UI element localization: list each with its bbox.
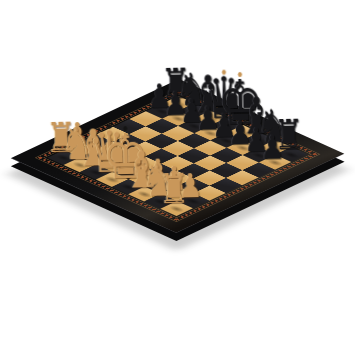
finial-accent-icon (237, 72, 241, 77)
scene: ♜♞♝♛♚♝♞♜♟♟♟♟♟♟♟♟♟♟♟♟♟♟♟♟♜♞♝♛♚♝♞♜ (0, 0, 355, 355)
finial-accent-icon (123, 126, 127, 131)
piece-black-pawn[interactable]: ♟ (246, 130, 299, 164)
piece-white-rook[interactable]: ♜ (147, 168, 200, 210)
product-photo: ♜♞♝♛♚♝♞♜♟♟♟♟♟♟♟♟♟♟♟♟♟♟♟♟♜♞♝♛♚♝♞♜ (0, 0, 355, 355)
square-h1[interactable]: ♜ (160, 201, 193, 216)
chess-board: ♜♞♝♛♚♝♞♜♟♟♟♟♟♟♟♟♟♟♟♟♟♟♟♟♜♞♝♛♚♝♞♜ (11, 79, 345, 233)
